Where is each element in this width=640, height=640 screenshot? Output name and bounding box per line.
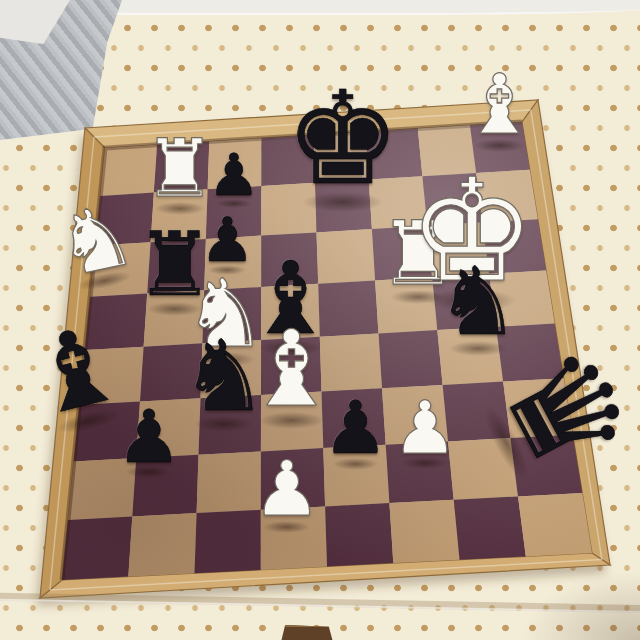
- white-pawn-glyph: ♟: [389, 391, 462, 464]
- white-pawn-d1-shadow: [263, 521, 310, 533]
- table-edge: [281, 625, 333, 640]
- white-pawn-f2-shadow: [402, 457, 447, 469]
- photo-chessboard-scene: ♝♜♟♚♞♟♜♜♚♞♝♞♝♞♝♟♟♟♛♟: [0, 0, 640, 640]
- black-pawn-glyph: ♟: [319, 391, 392, 464]
- black-king-glyph: ♚: [278, 74, 407, 203]
- black-pawn-e2-shadow: [333, 458, 378, 470]
- white-pawn-f2: ♟: [389, 391, 462, 464]
- bottom-right-shadow: [520, 570, 640, 640]
- black-king-shadow: [303, 192, 383, 213]
- black-pawn-c7: ♟: [205, 146, 263, 204]
- black-pawn-glyph: ♟: [112, 400, 185, 473]
- white-pawn-d1: ♟: [249, 451, 325, 527]
- black-pawn-b2-shadow: [126, 466, 171, 478]
- black-pawn-b2: ♟: [112, 400, 185, 473]
- white-bishop-kingside: ♝: [458, 63, 541, 146]
- black-king: ♚: [278, 74, 407, 203]
- black-pawn-glyph: ♟: [205, 146, 263, 204]
- white-pawn-glyph: ♟: [249, 451, 325, 527]
- black-knight-kingside-shadow: [449, 341, 507, 356]
- black-pawn-e2: ♟: [319, 391, 392, 464]
- black-knight-kingside: ♞: [431, 255, 525, 349]
- black-knight-glyph: ♞: [431, 255, 525, 349]
- white-bishop-glyph: ♝: [458, 63, 541, 146]
